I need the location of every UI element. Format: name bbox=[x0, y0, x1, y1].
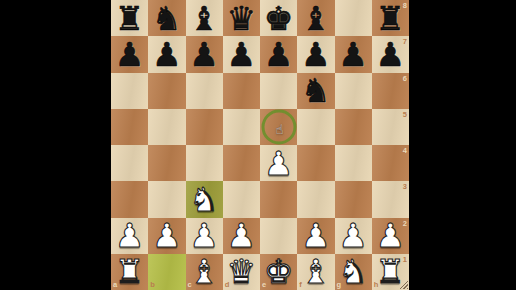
black-bishop[interactable]: ♝ bbox=[297, 0, 334, 36]
square-e4[interactable]: ♟ bbox=[260, 145, 297, 181]
black-knight[interactable]: ♞ bbox=[297, 73, 334, 109]
square-h7[interactable]: 7♟ bbox=[372, 36, 409, 72]
square-b6[interactable] bbox=[148, 73, 185, 109]
black-pawn[interactable]: ♟ bbox=[335, 36, 372, 72]
square-h8[interactable]: 8♜ bbox=[372, 0, 409, 36]
white-bishop[interactable]: ♝ bbox=[297, 254, 334, 290]
square-b5[interactable] bbox=[148, 109, 185, 145]
white-rook[interactable]: ♜ bbox=[111, 254, 148, 290]
square-f6[interactable]: ♞ bbox=[297, 73, 334, 109]
square-d1[interactable]: d♛ bbox=[223, 254, 260, 290]
square-d8[interactable]: ♛ bbox=[223, 0, 260, 36]
square-g5[interactable] bbox=[335, 109, 372, 145]
black-pawn[interactable]: ♟ bbox=[260, 36, 297, 72]
rank-label-5: 5 bbox=[403, 110, 407, 119]
square-g4[interactable] bbox=[335, 145, 372, 181]
black-bishop[interactable]: ♝ bbox=[186, 0, 223, 36]
square-h5[interactable]: 5 bbox=[372, 109, 409, 145]
white-queen[interactable]: ♛ bbox=[223, 254, 260, 290]
rank-label-4: 4 bbox=[403, 146, 407, 155]
square-f4[interactable] bbox=[297, 145, 334, 181]
black-pawn[interactable]: ♟ bbox=[111, 36, 148, 72]
square-f7[interactable]: ♟ bbox=[297, 36, 334, 72]
white-knight[interactable]: ♞ bbox=[186, 181, 223, 217]
black-king[interactable]: ♚ bbox=[260, 0, 297, 36]
square-d5[interactable] bbox=[223, 109, 260, 145]
rank-label-3: 3 bbox=[403, 182, 407, 191]
chess-board: ♜♞♝♛♚♝8♜♟♟♟♟♟♟♟7♟♞6☝5♟4♞3♟♟♟♟♟♟2♟a♜bc♝d♛… bbox=[111, 0, 409, 290]
square-e5[interactable]: ☝ bbox=[260, 109, 297, 145]
square-h4[interactable]: 4 bbox=[372, 145, 409, 181]
square-b2[interactable]: ♟ bbox=[148, 218, 185, 254]
square-b1[interactable]: b bbox=[148, 254, 185, 290]
square-e6[interactable] bbox=[260, 73, 297, 109]
square-c7[interactable]: ♟ bbox=[186, 36, 223, 72]
black-knight[interactable]: ♞ bbox=[148, 0, 185, 36]
square-a6[interactable] bbox=[111, 73, 148, 109]
square-a1[interactable]: a♜ bbox=[111, 254, 148, 290]
square-a4[interactable] bbox=[111, 145, 148, 181]
square-f8[interactable]: ♝ bbox=[297, 0, 334, 36]
square-d7[interactable]: ♟ bbox=[223, 36, 260, 72]
square-b3[interactable] bbox=[148, 181, 185, 217]
square-b4[interactable] bbox=[148, 145, 185, 181]
square-f2[interactable]: ♟ bbox=[297, 218, 334, 254]
square-d4[interactable] bbox=[223, 145, 260, 181]
square-d3[interactable] bbox=[223, 181, 260, 217]
black-rook[interactable]: ♜ bbox=[111, 0, 148, 36]
rank-label-6: 6 bbox=[403, 74, 407, 83]
white-knight[interactable]: ♞ bbox=[335, 254, 372, 290]
square-c3[interactable]: ♞ bbox=[186, 181, 223, 217]
square-g3[interactable] bbox=[335, 181, 372, 217]
square-f3[interactable] bbox=[297, 181, 334, 217]
square-f5[interactable] bbox=[297, 109, 334, 145]
square-g8[interactable] bbox=[335, 0, 372, 36]
white-king[interactable]: ♚ bbox=[260, 254, 297, 290]
circle-annotation bbox=[261, 109, 296, 144]
square-c4[interactable] bbox=[186, 145, 223, 181]
square-a5[interactable] bbox=[111, 109, 148, 145]
square-h1[interactable]: 1h♜ bbox=[372, 254, 409, 290]
white-pawn[interactable]: ♟ bbox=[111, 218, 148, 254]
square-a3[interactable] bbox=[111, 181, 148, 217]
square-c5[interactable] bbox=[186, 109, 223, 145]
white-pawn[interactable]: ♟ bbox=[260, 145, 297, 181]
square-c2[interactable]: ♟ bbox=[186, 218, 223, 254]
square-e8[interactable]: ♚ bbox=[260, 0, 297, 36]
white-rook[interactable]: ♜ bbox=[372, 254, 409, 290]
square-e7[interactable]: ♟ bbox=[260, 36, 297, 72]
square-g6[interactable] bbox=[335, 73, 372, 109]
black-pawn[interactable]: ♟ bbox=[186, 36, 223, 72]
white-pawn[interactable]: ♟ bbox=[148, 218, 185, 254]
square-c6[interactable] bbox=[186, 73, 223, 109]
square-c1[interactable]: c♝ bbox=[186, 254, 223, 290]
file-label-b: b bbox=[150, 280, 155, 289]
square-h6[interactable]: 6 bbox=[372, 73, 409, 109]
square-b8[interactable]: ♞ bbox=[148, 0, 185, 36]
square-h2[interactable]: 2♟ bbox=[372, 218, 409, 254]
hand-cursor-icon: ☝ bbox=[276, 122, 284, 137]
white-pawn[interactable]: ♟ bbox=[372, 218, 409, 254]
video-frame: ♜♞♝♛♚♝8♜♟♟♟♟♟♟♟7♟♞6☝5♟4♞3♟♟♟♟♟♟2♟a♜bc♝d♛… bbox=[0, 0, 516, 290]
black-pawn[interactable]: ♟ bbox=[372, 36, 409, 72]
white-pawn[interactable]: ♟ bbox=[186, 218, 223, 254]
square-g1[interactable]: g♞ bbox=[335, 254, 372, 290]
black-pawn[interactable]: ♟ bbox=[148, 36, 185, 72]
square-g7[interactable]: ♟ bbox=[335, 36, 372, 72]
square-f1[interactable]: f♝ bbox=[297, 254, 334, 290]
square-a8[interactable]: ♜ bbox=[111, 0, 148, 36]
white-pawn[interactable]: ♟ bbox=[297, 218, 334, 254]
square-d2[interactable]: ♟ bbox=[223, 218, 260, 254]
square-b7[interactable]: ♟ bbox=[148, 36, 185, 72]
square-e3[interactable] bbox=[260, 181, 297, 217]
white-bishop[interactable]: ♝ bbox=[186, 254, 223, 290]
black-pawn[interactable]: ♟ bbox=[223, 36, 260, 72]
square-h3[interactable]: 3 bbox=[372, 181, 409, 217]
square-a7[interactable]: ♟ bbox=[111, 36, 148, 72]
black-rook[interactable]: ♜ bbox=[372, 0, 409, 36]
black-queen[interactable]: ♛ bbox=[223, 0, 260, 36]
white-pawn[interactable]: ♟ bbox=[335, 218, 372, 254]
white-pawn[interactable]: ♟ bbox=[223, 218, 260, 254]
square-c8[interactable]: ♝ bbox=[186, 0, 223, 36]
square-a2[interactable]: ♟ bbox=[111, 218, 148, 254]
black-pawn[interactable]: ♟ bbox=[297, 36, 334, 72]
square-e1[interactable]: e♚ bbox=[260, 254, 297, 290]
square-g2[interactable]: ♟ bbox=[335, 218, 372, 254]
square-d6[interactable] bbox=[223, 73, 260, 109]
square-e2[interactable] bbox=[260, 218, 297, 254]
